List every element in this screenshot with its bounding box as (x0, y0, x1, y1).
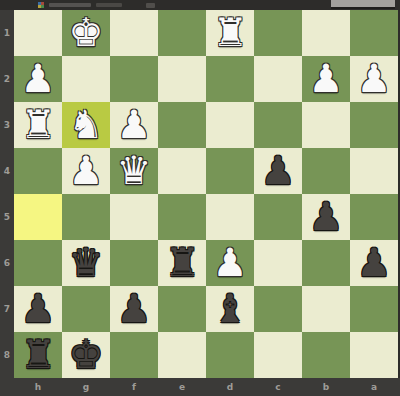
file-label-d: d (206, 382, 254, 392)
square-e3[interactable] (158, 102, 206, 148)
piece-white-pawn[interactable]: ♟ (21, 56, 56, 102)
piece-black-pawn[interactable]: ♟ (117, 286, 152, 332)
square-e7[interactable] (158, 286, 206, 332)
piece-black-pawn[interactable]: ♟ (21, 286, 56, 332)
square-b1[interactable] (302, 10, 350, 56)
square-h3[interactable]: ♜ (14, 102, 62, 148)
square-a1[interactable] (350, 10, 398, 56)
square-c8[interactable] (254, 332, 302, 378)
piece-white-knight[interactable]: ♞ (69, 102, 104, 148)
rank-label-4: 4 (0, 148, 14, 194)
square-g7[interactable] (62, 286, 110, 332)
piece-black-bishop[interactable]: ♝ (213, 286, 248, 332)
square-h6[interactable] (14, 240, 62, 286)
square-h5[interactable] (14, 194, 62, 240)
board-area: 1 2 3 4 5 6 7 8 ♚♜♟♟♟♜♞♟♟♛♟♟♛♜♟♟♟♟♝♜♚ (0, 10, 400, 378)
square-f2[interactable] (110, 56, 158, 102)
square-h8[interactable]: ♜ (14, 332, 62, 378)
piece-white-rook[interactable]: ♜ (213, 10, 248, 56)
rank-label-2: 2 (0, 56, 14, 102)
rank-label-3: 3 (0, 102, 14, 148)
piece-black-pawn[interactable]: ♟ (261, 148, 296, 194)
square-b4[interactable] (302, 148, 350, 194)
square-f1[interactable] (110, 10, 158, 56)
piece-white-queen[interactable]: ♛ (117, 148, 152, 194)
file-label-h: h (14, 382, 62, 392)
rank-label-1: 1 (0, 10, 14, 56)
rank-label-7: 7 (0, 286, 14, 332)
square-e8[interactable] (158, 332, 206, 378)
square-f7[interactable]: ♟ (110, 286, 158, 332)
file-labels: h g f e d c b a (0, 378, 400, 396)
square-b2[interactable]: ♟ (302, 56, 350, 102)
piece-black-king[interactable]: ♚ (69, 332, 104, 378)
piece-black-rook[interactable]: ♜ (21, 332, 56, 378)
rank-labels: 1 2 3 4 5 6 7 8 (0, 10, 14, 378)
piece-white-pawn[interactable]: ♟ (357, 56, 392, 102)
square-c5[interactable] (254, 194, 302, 240)
file-label-g: g (62, 382, 110, 392)
square-h2[interactable]: ♟ (14, 56, 62, 102)
square-g8[interactable]: ♚ (62, 332, 110, 378)
piece-black-rook[interactable]: ♜ (165, 240, 200, 286)
piece-white-pawn[interactable]: ♟ (69, 148, 104, 194)
square-h7[interactable]: ♟ (14, 286, 62, 332)
piece-white-pawn[interactable]: ♟ (309, 56, 344, 102)
square-d4[interactable] (206, 148, 254, 194)
piece-black-pawn[interactable]: ♟ (309, 194, 344, 240)
square-f4[interactable]: ♛ (110, 148, 158, 194)
square-c1[interactable] (254, 10, 302, 56)
piece-black-queen[interactable]: ♛ (69, 240, 104, 286)
square-g5[interactable] (62, 194, 110, 240)
square-a3[interactable] (350, 102, 398, 148)
square-g6[interactable]: ♛ (62, 240, 110, 286)
rank-label-8: 8 (0, 332, 14, 378)
titlebar-text (96, 3, 122, 7)
scrollbar-thumb[interactable] (331, 0, 395, 9)
square-g1[interactable]: ♚ (62, 10, 110, 56)
square-c4[interactable]: ♟ (254, 148, 302, 194)
square-c6[interactable] (254, 240, 302, 286)
file-label-f: f (110, 382, 158, 392)
square-f6[interactable] (110, 240, 158, 286)
square-d5[interactable] (206, 194, 254, 240)
square-h4[interactable] (14, 148, 62, 194)
piece-black-pawn[interactable]: ♟ (357, 240, 392, 286)
square-d1[interactable]: ♜ (206, 10, 254, 56)
square-a5[interactable] (350, 194, 398, 240)
square-c3[interactable] (254, 102, 302, 148)
rank-label-5: 5 (0, 194, 14, 240)
square-a2[interactable]: ♟ (350, 56, 398, 102)
square-g3[interactable]: ♞ (62, 102, 110, 148)
square-f8[interactable] (110, 332, 158, 378)
piece-white-pawn[interactable]: ♟ (117, 102, 152, 148)
square-a4[interactable] (350, 148, 398, 194)
square-d3[interactable] (206, 102, 254, 148)
square-g4[interactable]: ♟ (62, 148, 110, 194)
piece-white-king[interactable]: ♚ (69, 10, 104, 56)
chess-board: ♚♜♟♟♟♜♞♟♟♛♟♟♛♜♟♟♟♟♝♜♚ (14, 10, 398, 378)
square-f5[interactable] (110, 194, 158, 240)
square-b8[interactable] (302, 332, 350, 378)
square-e5[interactable] (158, 194, 206, 240)
file-label-a: a (350, 382, 398, 392)
file-label-e: e (158, 382, 206, 392)
square-c7[interactable] (254, 286, 302, 332)
piece-white-rook[interactable]: ♜ (21, 102, 56, 148)
file-label-c: c (254, 382, 302, 392)
square-h1[interactable] (14, 10, 62, 56)
square-a7[interactable] (350, 286, 398, 332)
titlebar-text (49, 3, 91, 7)
square-c2[interactable] (254, 56, 302, 102)
square-e2[interactable] (158, 56, 206, 102)
square-d7[interactable]: ♝ (206, 286, 254, 332)
square-f3[interactable]: ♟ (110, 102, 158, 148)
favicon-icon (38, 2, 45, 8)
square-e6[interactable]: ♜ (158, 240, 206, 286)
square-a8[interactable] (350, 332, 398, 378)
file-label-b: b (302, 382, 350, 392)
rank-label-6: 6 (0, 240, 14, 286)
square-b5[interactable]: ♟ (302, 194, 350, 240)
square-b7[interactable] (302, 286, 350, 332)
window-top-bar (0, 0, 400, 10)
piece-white-pawn[interactable]: ♟ (213, 240, 248, 286)
square-a6[interactable]: ♟ (350, 240, 398, 286)
square-e4[interactable] (158, 148, 206, 194)
square-e1[interactable] (158, 10, 206, 56)
square-d2[interactable] (206, 56, 254, 102)
square-d6[interactable]: ♟ (206, 240, 254, 286)
square-d8[interactable] (206, 332, 254, 378)
square-g2[interactable] (62, 56, 110, 102)
titlebar-text (146, 3, 155, 8)
square-b6[interactable] (302, 240, 350, 286)
square-b3[interactable] (302, 102, 350, 148)
